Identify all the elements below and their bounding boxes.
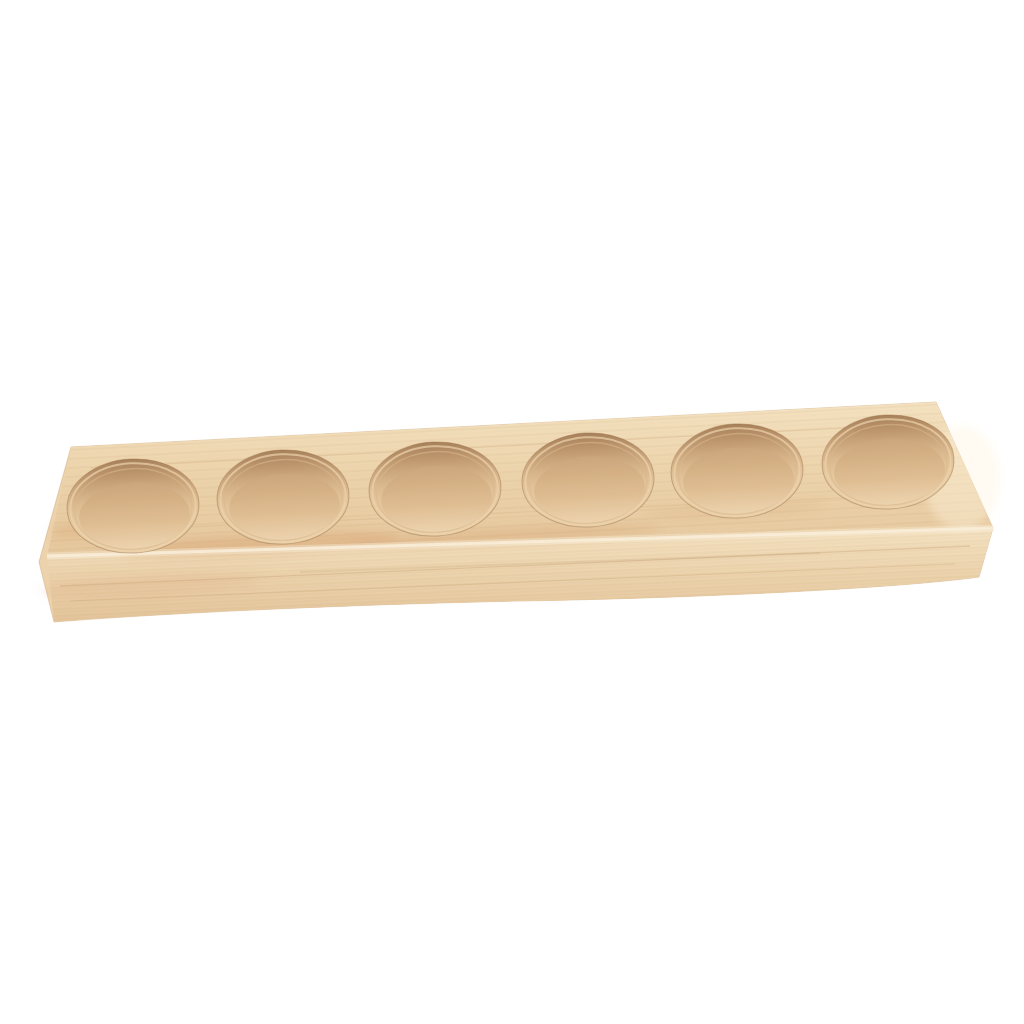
pit-2[interactable] — [215, 446, 353, 548]
pit-6[interactable] — [818, 411, 956, 513]
product-photo-scene — [0, 0, 1024, 1024]
pit-5[interactable] — [667, 420, 805, 522]
pit-4[interactable] — [516, 428, 654, 530]
pit-1[interactable] — [64, 455, 202, 557]
pit-3[interactable] — [366, 437, 504, 539]
